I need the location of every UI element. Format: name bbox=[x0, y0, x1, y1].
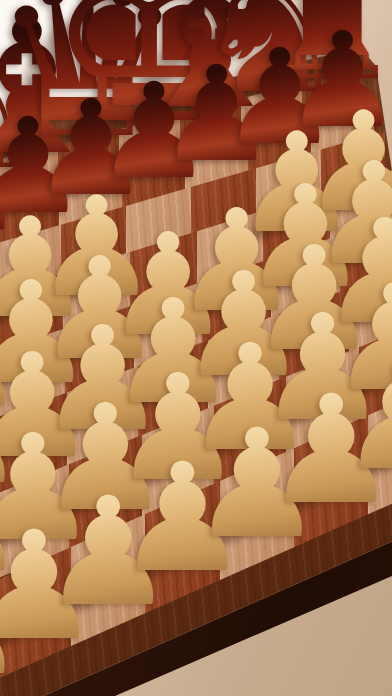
chess-board: ♜♞♝♛♚♝♞♜♟♟♟♟♟♟♟♟♟♟♟♟♟♟♟♟♟♟♟♟♟♟♟♟♟♟♟♟♟♟♟♟… bbox=[0, 0, 392, 696]
piece-white-pawn-h1[interactable]: ♟ bbox=[276, 327, 392, 477]
pawn-glyph: ♟ bbox=[338, 341, 392, 491]
scene: ♜♞♝♛♚♝♞♜♟♟♟♟♟♟♟♟♟♟♟♟♟♟♟♟♟♟♟♟♟♟♟♟♟♟♟♟♟♟♟♟… bbox=[0, 0, 392, 696]
